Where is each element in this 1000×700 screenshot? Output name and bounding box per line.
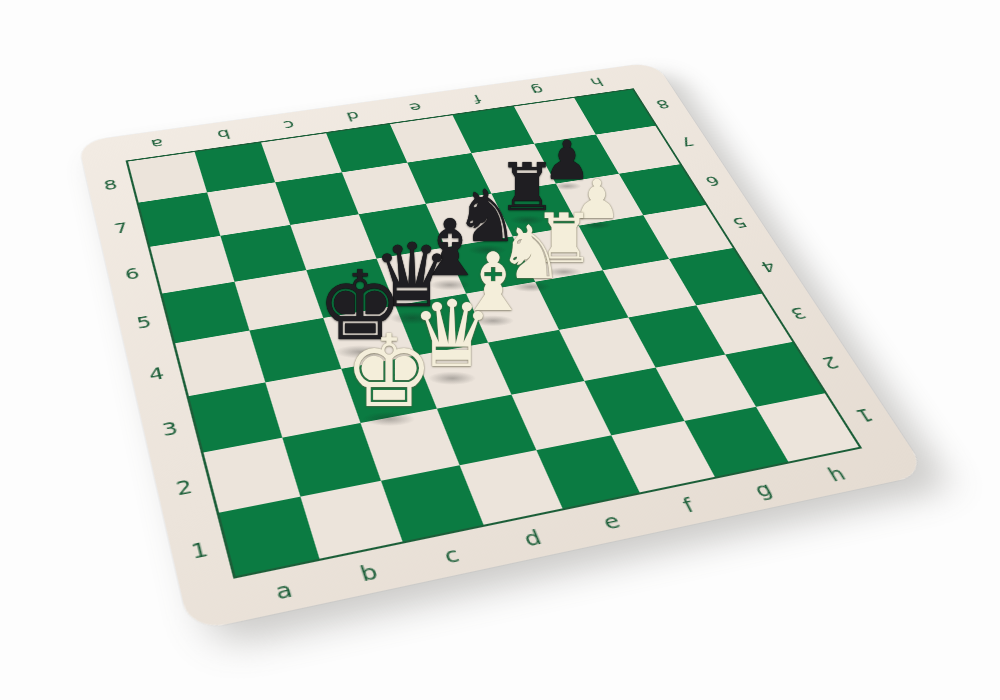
chess-board-mat: aabbccddeeffgghh1122334455667788 [78,62,928,632]
white-king-glyph: ♚ [344,324,434,419]
photo-canvas: aabbccddeeffgghh1122334455667788 ♚♛♝♞♜♟♟… [0,0,1000,700]
